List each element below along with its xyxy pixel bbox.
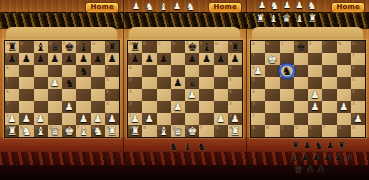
square-a1[interactable]: A [251, 125, 265, 137]
square-g8[interactable]: G [337, 41, 351, 53]
square-b4[interactable] [142, 89, 156, 101]
square-a4[interactable]: 4 [128, 89, 142, 101]
coordinate-label: G [92, 41, 95, 46]
square-h5[interactable]: 5 [105, 77, 119, 89]
square-d1[interactable]: D [294, 125, 308, 137]
square-f4[interactable] [199, 89, 213, 101]
black-king[interactable]: ♚ [296, 41, 306, 53]
square-b8[interactable]: B [142, 41, 156, 53]
black-bishop[interactable]: ♝ [78, 41, 88, 53]
coordinate-label: 4 [6, 89, 9, 94]
black-pawn[interactable]: ♟ [231, 53, 240, 65]
square-h7[interactable]: 7 [351, 53, 365, 65]
coordinate-label: 3 [352, 101, 355, 106]
square-h3[interactable]: 3 [228, 101, 242, 113]
square-g1[interactable]: G♞ [91, 125, 105, 137]
square-b4[interactable] [19, 89, 33, 101]
square-c7[interactable]: ♟ [34, 53, 48, 65]
white-knight: ♞ [307, 0, 316, 11]
white-rook[interactable]: ♜ [230, 125, 240, 137]
white-king[interactable]: ♚ [64, 125, 74, 137]
square-g2[interactable] [337, 113, 351, 125]
black-pawn[interactable]: ♟ [188, 53, 197, 65]
white-pawn[interactable]: ♟ [174, 101, 183, 113]
square-f3[interactable] [199, 101, 213, 113]
white-pawn: ♟ [283, 0, 291, 11]
square-c3[interactable] [34, 101, 48, 113]
square-c7[interactable]: ♟ [157, 53, 171, 65]
square-c4[interactable] [280, 89, 294, 101]
square-f2[interactable] [199, 113, 213, 125]
square-h2[interactable]: 2♟ [351, 113, 365, 125]
square-c6[interactable] [157, 65, 171, 77]
black-rook[interactable]: ♜ [107, 41, 117, 53]
black-knight[interactable]: ♞ [64, 77, 74, 89]
square-d4[interactable] [48, 89, 62, 101]
square-c3[interactable] [280, 101, 294, 113]
square-g7[interactable] [337, 53, 351, 65]
square-e1[interactable]: E♚ [62, 125, 76, 137]
black-pawn[interactable]: ♟ [216, 53, 225, 65]
square-b8[interactable]: B [19, 41, 33, 53]
coordinate-label: 3 [252, 101, 255, 106]
coordinate-label: 6 [352, 65, 355, 70]
square-h6[interactable]: 6 [105, 65, 119, 77]
black-pawn: ♟ [306, 164, 314, 175]
square-c1[interactable]: C♝ [157, 125, 171, 137]
square-b3[interactable] [265, 101, 279, 113]
square-c1[interactable]: C♝ [34, 125, 48, 137]
white-rook[interactable]: ♜ [130, 125, 140, 137]
black-pawn[interactable]: ♟ [93, 53, 102, 65]
square-e8[interactable]: E♚ [185, 41, 199, 53]
square-d7[interactable] [294, 53, 308, 65]
square-a2[interactable]: 2 [251, 113, 265, 125]
coordinate-label: B [266, 41, 269, 46]
square-e1[interactable]: E♚ [185, 125, 199, 137]
square-f3[interactable] [322, 101, 336, 113]
black-pawn: ♟ [303, 140, 311, 151]
coordinate-label: E [309, 125, 312, 130]
square-b5[interactable] [142, 77, 156, 89]
chess-board-2: A♜BCDE♚F♝GH♜7♟♟♟♟♟♟7♟665♟♛54♟43♟32♟♟♟2♟A… [127, 40, 243, 138]
coordinate-label: 4 [352, 89, 355, 94]
black-pawn[interactable]: ♟ [202, 53, 211, 65]
square-f5[interactable] [322, 77, 336, 89]
home-button[interactable]: Home [85, 2, 119, 13]
square-h3[interactable]: 3 [351, 101, 365, 113]
white-pawn: ♟ [295, 0, 303, 11]
black-rook[interactable]: ♜ [7, 41, 17, 53]
square-g6[interactable] [214, 65, 228, 77]
square-f4[interactable] [322, 89, 336, 101]
black-pawn: ♟ [334, 152, 342, 163]
square-b7[interactable]: ♟ [19, 53, 33, 65]
square-g8[interactable]: G [214, 41, 228, 53]
square-c8[interactable]: C [157, 41, 171, 53]
black-pawn[interactable]: ♟ [174, 77, 183, 89]
square-h4[interactable]: 4 [105, 89, 119, 101]
coordinate-label: 3 [129, 101, 132, 106]
square-h4[interactable]: 4 [228, 89, 242, 101]
square-d2[interactable] [294, 113, 308, 125]
home-button[interactable]: Home [208, 2, 242, 13]
white-pawn: ♟ [132, 1, 140, 12]
captured-white-tray-row-2: ♜♝♛♝♜ [256, 13, 317, 24]
square-f5[interactable] [199, 77, 213, 89]
square-f6[interactable]: ♞ [76, 65, 90, 77]
square-a7[interactable]: 7♟ [128, 53, 142, 65]
black-bishop: ♝ [183, 141, 192, 152]
white-pawn[interactable]: ♟ [311, 89, 320, 101]
black-rook: ♜ [337, 140, 346, 151]
chess-app-screenshot: Home A♜BC♝D♛E♚F♝GH♜7♟♟♟♟♟♟♟7♟6♞65♟♞5443♟… [0, 0, 369, 180]
square-c6[interactable]: ♞ [280, 65, 294, 77]
square-g8[interactable]: G [91, 41, 105, 53]
square-e8[interactable]: E [308, 41, 322, 53]
black-knight[interactable]: ♞ [78, 65, 88, 77]
coordinate-label: 6 [106, 65, 109, 70]
square-e7[interactable] [308, 53, 322, 65]
square-a4[interactable]: 4 [5, 89, 19, 101]
white-pawn: ♟ [258, 0, 266, 11]
white-pawn[interactable]: ♟ [311, 101, 320, 113]
square-h8[interactable]: H [351, 41, 365, 53]
square-a5[interactable]: 5 [5, 77, 19, 89]
square-g7[interactable]: ♟ [214, 53, 228, 65]
square-e3[interactable]: ♟ [308, 101, 322, 113]
square-b5[interactable] [19, 77, 33, 89]
square-g5[interactable] [337, 77, 351, 89]
black-knight: ♞ [197, 141, 206, 152]
white-knight[interactable]: ♞ [93, 125, 103, 137]
square-e4[interactable]: ♟ [308, 89, 322, 101]
white-pawn[interactable]: ♟ [216, 113, 225, 125]
square-c1[interactable]: C [280, 125, 294, 137]
square-d6[interactable] [48, 65, 62, 77]
white-pawn[interactable]: ♟ [254, 65, 263, 77]
captured-black-tray-row-3: ♛♟♟ [294, 164, 325, 175]
square-h6[interactable]: 6 [228, 65, 242, 77]
coordinate-label: 5 [129, 77, 132, 82]
square-f6[interactable] [322, 65, 336, 77]
black-pawn[interactable]: ♟ [131, 53, 140, 65]
square-g6[interactable] [337, 65, 351, 77]
square-c5[interactable] [34, 77, 48, 89]
square-d5[interactable] [294, 77, 308, 89]
white-pawn[interactable]: ♟ [339, 101, 348, 113]
white-pawn[interactable]: ♟ [51, 77, 60, 89]
captured-white-tray: ♟♞♝♟♞ [132, 1, 195, 12]
white-pawn[interactable]: ♟ [354, 113, 363, 125]
black-pawn[interactable]: ♟ [65, 53, 74, 65]
square-e8[interactable]: E♚ [62, 41, 76, 53]
square-h8[interactable]: H♜ [228, 41, 242, 53]
coordinate-label: C [281, 125, 284, 130]
square-e4[interactable] [62, 89, 76, 101]
square-c4[interactable] [34, 89, 48, 101]
black-pawn: ♟ [312, 152, 320, 163]
square-g5[interactable] [214, 77, 228, 89]
square-b3[interactable] [19, 101, 33, 113]
black-rook: ♜ [291, 140, 300, 151]
white-bishop[interactable]: ♝ [36, 125, 46, 137]
square-f3[interactable] [76, 101, 90, 113]
square-f1[interactable]: F [199, 125, 213, 137]
square-d8[interactable]: D♛ [48, 41, 62, 53]
captured-black-tray-row-2: ♝♟♟♟♟♝ [289, 152, 354, 163]
coordinate-label: F [200, 125, 202, 130]
black-bishop: ♝ [289, 152, 298, 163]
square-g3[interactable] [214, 101, 228, 113]
square-c3[interactable] [157, 101, 171, 113]
square-a8[interactable]: A [251, 41, 265, 53]
square-h4[interactable]: 4 [351, 89, 365, 101]
black-rook[interactable]: ♜ [230, 41, 240, 53]
square-b2[interactable]: ♟ [142, 113, 156, 125]
square-f7[interactable] [322, 53, 336, 65]
square-e5[interactable]: ♛ [185, 77, 199, 89]
square-f4[interactable] [76, 89, 90, 101]
square-b6[interactable] [19, 65, 33, 77]
square-f8[interactable]: F [322, 41, 336, 53]
black-pawn[interactable]: ♟ [108, 53, 117, 65]
square-g6[interactable] [91, 65, 105, 77]
square-g1[interactable]: G [337, 125, 351, 137]
coordinate-label: A [252, 41, 255, 46]
square-a3[interactable]: 3 [128, 101, 142, 113]
black-pawn[interactable]: ♟ [51, 53, 60, 65]
white-bishop[interactable]: ♝ [159, 125, 169, 137]
square-d1[interactable]: D♛ [48, 125, 62, 137]
square-h3[interactable]: 3 [105, 101, 119, 113]
square-d3[interactable] [48, 101, 62, 113]
white-queen: ♛ [282, 13, 291, 24]
home-button[interactable]: Home [331, 2, 365, 13]
square-b6[interactable] [265, 65, 279, 77]
square-f1[interactable]: F♝ [76, 125, 90, 137]
square-c5[interactable] [280, 77, 294, 89]
white-knight[interactable]: ♞ [21, 125, 31, 137]
black-pawn[interactable]: ♟ [22, 53, 31, 65]
coordinate-label: B [20, 41, 23, 46]
square-b1[interactable]: B [265, 125, 279, 137]
square-a6[interactable]: 6♟ [251, 65, 265, 77]
black-knight: ♞ [169, 141, 178, 152]
black-pawn[interactable]: ♟ [8, 53, 17, 65]
black-knight: ♞ [314, 140, 323, 151]
coordinate-label: 4 [106, 89, 109, 94]
black-pawn[interactable]: ♟ [36, 53, 45, 65]
white-bishop[interactable]: ♝ [78, 125, 88, 137]
white-bishop: ♝ [269, 13, 278, 24]
white-knight: ♞ [145, 1, 154, 12]
black-pawn: ♟ [323, 152, 331, 163]
coordinate-label: C [281, 41, 284, 46]
square-d6[interactable] [294, 65, 308, 77]
square-b5[interactable] [265, 77, 279, 89]
white-rook: ♜ [308, 13, 317, 24]
captured-white-tray-row-1: ♟♞♟♟♞ [258, 0, 316, 11]
square-d5[interactable]: ♟ [48, 77, 62, 89]
square-b1[interactable]: B♞ [19, 125, 33, 137]
square-h6[interactable]: 6 [351, 65, 365, 77]
square-d7[interactable] [171, 53, 185, 65]
square-a3[interactable]: 3 [251, 101, 265, 113]
square-d7[interactable]: ♟ [48, 53, 62, 65]
square-c2[interactable] [280, 113, 294, 125]
coordinate-label: C [158, 41, 161, 46]
square-g1[interactable]: G [214, 125, 228, 137]
square-d8[interactable]: D♚ [294, 41, 308, 53]
square-b2[interactable] [265, 113, 279, 125]
white-rook[interactable]: ♜ [107, 125, 117, 137]
square-b7[interactable]: ♚ [265, 53, 279, 65]
square-g7[interactable]: ♟ [91, 53, 105, 65]
white-pawn: ♟ [173, 1, 181, 12]
coordinate-label: F [323, 125, 325, 130]
square-g4[interactable] [337, 89, 351, 101]
black-bishop[interactable]: ♝ [201, 41, 211, 53]
square-b1[interactable]: B [142, 125, 156, 137]
square-d5[interactable]: ♟ [171, 77, 185, 89]
coordinate-label: 6 [229, 65, 232, 70]
panel-2: ♟♞♝♟♞ Home A♜BCDE♚F♝GH♜7♟♟♟♟♟♟7♟665♟♛54♟… [123, 0, 246, 180]
square-a5[interactable]: 5 [128, 77, 142, 89]
white-king[interactable]: ♚ [187, 125, 197, 137]
square-h7[interactable]: 7♟ [228, 53, 242, 65]
black-rook[interactable]: ♜ [130, 41, 140, 53]
square-a5[interactable]: 5 [251, 77, 265, 89]
square-d8[interactable]: D [171, 41, 185, 53]
square-e4[interactable]: ♟ [185, 89, 199, 101]
black-king[interactable]: ♚ [64, 41, 74, 53]
square-g3[interactable] [91, 101, 105, 113]
white-rook[interactable]: ♜ [7, 125, 17, 137]
square-b7[interactable]: ♟ [142, 53, 156, 65]
square-c6[interactable] [34, 65, 48, 77]
square-e5[interactable] [308, 77, 322, 89]
black-queen[interactable]: ♛ [50, 41, 60, 53]
square-b4[interactable] [265, 89, 279, 101]
square-c4[interactable] [157, 89, 171, 101]
square-c8[interactable]: C [280, 41, 294, 53]
square-f2[interactable] [322, 113, 336, 125]
black-pawn: ♟ [317, 164, 325, 175]
captured-black-tray: ♞♝♞ [169, 141, 206, 152]
square-f1[interactable]: F [322, 125, 336, 137]
square-h5[interactable]: 5 [351, 77, 365, 89]
square-a6[interactable]: 6 [128, 65, 142, 77]
square-h5[interactable]: 5 [228, 77, 242, 89]
white-king[interactable]: ♚ [267, 53, 277, 65]
coordinate-label: 2 [252, 113, 255, 118]
square-h8[interactable]: H♜ [105, 41, 119, 53]
square-g4[interactable] [91, 89, 105, 101]
black-bishop: ♝ [345, 152, 354, 163]
square-c5[interactable] [157, 77, 171, 89]
black-pawn: ♟ [301, 152, 309, 163]
square-e3[interactable]: ♟ [62, 101, 76, 113]
black-knight[interactable]: ♞ [282, 65, 292, 77]
panel-3: ♟♞♟♟♞ ♜♝♛♝♜ Home ABCD♚EFGH7♚76♟♞6554♟43♟… [246, 0, 369, 180]
square-d1[interactable]: D♛ [171, 125, 185, 137]
square-e6[interactable] [308, 65, 322, 77]
square-e3[interactable] [185, 101, 199, 113]
coordinate-label: 6 [129, 65, 132, 70]
coordinate-label: 7 [252, 53, 255, 58]
square-b6[interactable] [142, 65, 156, 77]
square-e2[interactable] [308, 113, 322, 125]
square-d3[interactable]: ♟ [171, 101, 185, 113]
square-h7[interactable]: 7♟ [105, 53, 119, 65]
square-d6[interactable] [171, 65, 185, 77]
coordinate-label: E [309, 41, 312, 46]
white-pawn[interactable]: ♟ [188, 89, 197, 101]
square-h1[interactable]: H♜ [228, 125, 242, 137]
square-f8[interactable]: F♝ [199, 41, 213, 53]
black-pawn[interactable]: ♟ [145, 53, 154, 65]
coordinate-label: B [143, 41, 146, 46]
square-g3[interactable]: ♟ [337, 101, 351, 113]
square-d4[interactable] [294, 89, 308, 101]
white-queen[interactable]: ♛ [173, 125, 183, 137]
square-e1[interactable]: E [308, 125, 322, 137]
square-b3[interactable] [142, 101, 156, 113]
coordinate-label: B [143, 125, 146, 130]
square-e7[interactable]: ♟ [185, 53, 199, 65]
square-g2[interactable]: ♟ [214, 113, 228, 125]
square-a8[interactable]: A♜ [128, 41, 142, 53]
black-king[interactable]: ♚ [187, 41, 197, 53]
square-e7[interactable]: ♟ [62, 53, 76, 65]
coordinate-label: B [266, 125, 269, 130]
black-pawn[interactable]: ♟ [159, 53, 168, 65]
square-a1[interactable]: A♜ [5, 125, 19, 137]
square-f5[interactable] [76, 77, 90, 89]
square-a7[interactable]: 7 [251, 53, 265, 65]
black-bishop[interactable]: ♝ [36, 41, 46, 53]
coordinate-label: 3 [106, 101, 109, 106]
square-a7[interactable]: 7♟ [5, 53, 19, 65]
square-a4[interactable]: 4 [251, 89, 265, 101]
square-f6[interactable] [199, 65, 213, 77]
square-f8[interactable]: F♝ [76, 41, 90, 53]
square-a8[interactable]: A♜ [5, 41, 19, 53]
square-f7[interactable]: ♟ [199, 53, 213, 65]
square-a6[interactable]: 6 [5, 65, 19, 77]
white-pawn[interactable]: ♟ [65, 101, 74, 113]
coordinate-label: H [352, 41, 355, 46]
square-a1[interactable]: A♜ [128, 125, 142, 137]
square-g5[interactable] [91, 77, 105, 89]
square-a3[interactable]: 3 [5, 101, 19, 113]
square-g4[interactable] [214, 89, 228, 101]
black-queen[interactable]: ♛ [187, 77, 197, 89]
square-c8[interactable]: C♝ [34, 41, 48, 53]
white-pawn[interactable]: ♟ [145, 113, 154, 125]
square-e5[interactable]: ♞ [62, 77, 76, 89]
coordinate-label: 4 [129, 89, 132, 94]
square-d3[interactable] [294, 101, 308, 113]
white-queen[interactable]: ♛ [50, 125, 60, 137]
square-d4[interactable] [171, 89, 185, 101]
square-h1[interactable]: H♜ [105, 125, 119, 137]
chess-board-3: ABCD♚EFGH7♚76♟♞6554♟43♟♟322♟ABCDEFGH [250, 40, 366, 138]
square-h1[interactable]: H [351, 125, 365, 137]
board-backdrop [129, 27, 240, 41]
coordinate-label: H [352, 125, 355, 130]
